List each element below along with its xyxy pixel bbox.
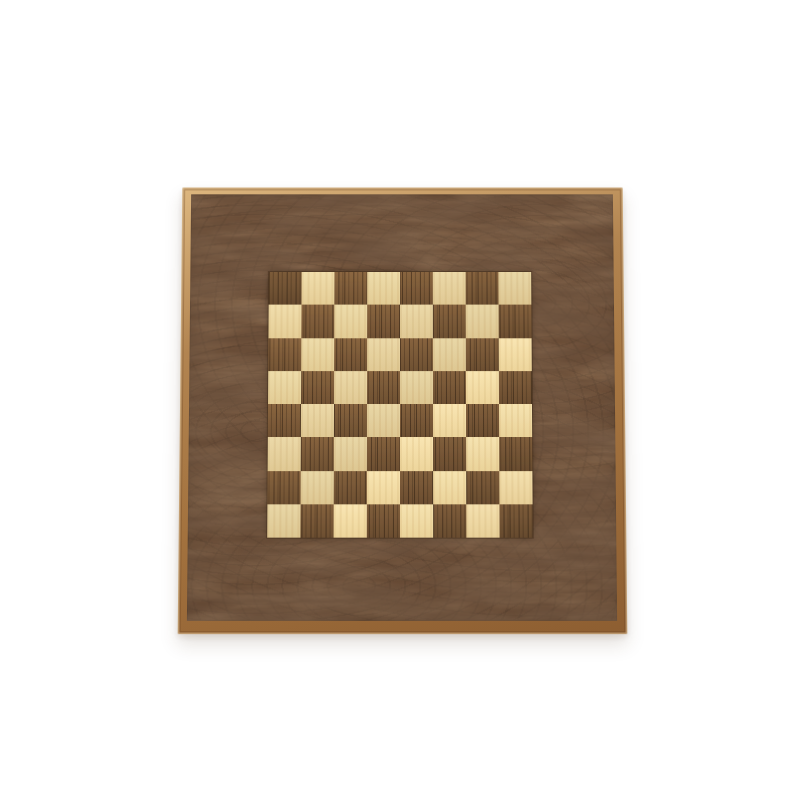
square-r6c4 xyxy=(400,471,433,504)
square-r3c3 xyxy=(367,371,400,404)
square-r6c0 xyxy=(267,471,300,504)
square-r1c6 xyxy=(466,305,499,338)
square-r7c1 xyxy=(300,504,333,538)
square-r7c4 xyxy=(400,504,433,538)
square-r2c3 xyxy=(367,338,400,371)
square-r3c4 xyxy=(400,371,433,404)
square-r4c3 xyxy=(367,404,400,437)
square-r2c1 xyxy=(301,338,334,371)
square-r6c3 xyxy=(367,471,400,504)
square-r2c4 xyxy=(400,338,433,371)
square-r3c0 xyxy=(268,371,301,404)
square-r1c0 xyxy=(268,305,301,338)
square-r0c2 xyxy=(334,272,367,305)
chessboard xyxy=(267,272,533,538)
square-r7c3 xyxy=(367,504,400,538)
square-r0c3 xyxy=(367,272,400,305)
square-r0c1 xyxy=(301,272,334,305)
square-r5c7 xyxy=(499,437,532,470)
square-r4c7 xyxy=(499,404,532,437)
square-r4c6 xyxy=(466,404,499,437)
square-r4c0 xyxy=(268,404,301,437)
square-r1c1 xyxy=(301,305,334,338)
square-r3c6 xyxy=(466,371,499,404)
square-r5c6 xyxy=(466,437,499,470)
square-r2c2 xyxy=(334,338,367,371)
square-r0c7 xyxy=(498,272,531,305)
square-r0c4 xyxy=(400,272,433,305)
square-r6c2 xyxy=(334,471,367,504)
square-r0c6 xyxy=(466,272,499,305)
square-r4c2 xyxy=(334,404,367,437)
square-r0c5 xyxy=(433,272,466,305)
square-r6c6 xyxy=(466,471,499,504)
square-r7c0 xyxy=(267,504,300,538)
square-r7c6 xyxy=(466,504,499,538)
square-r4c5 xyxy=(433,404,466,437)
square-r2c7 xyxy=(499,338,532,371)
square-r5c5 xyxy=(433,437,466,470)
product-photo xyxy=(0,0,800,800)
square-r2c0 xyxy=(268,338,301,371)
square-r2c6 xyxy=(466,338,499,371)
square-r3c7 xyxy=(499,371,532,404)
square-r2c5 xyxy=(433,338,466,371)
square-r1c5 xyxy=(433,305,466,338)
square-r1c7 xyxy=(499,305,532,338)
square-r5c2 xyxy=(334,437,367,470)
square-r6c7 xyxy=(499,471,532,504)
square-r6c1 xyxy=(301,471,334,504)
rosewood-panel xyxy=(187,194,617,621)
chess-table xyxy=(178,187,628,634)
square-r4c4 xyxy=(400,404,433,437)
square-r1c3 xyxy=(367,305,400,338)
square-r3c5 xyxy=(433,371,466,404)
square-r1c2 xyxy=(334,305,367,338)
square-r5c3 xyxy=(367,437,400,470)
square-r4c1 xyxy=(301,404,334,437)
square-r7c7 xyxy=(499,504,532,538)
square-r3c1 xyxy=(301,371,334,404)
square-r3c2 xyxy=(334,371,367,404)
square-r5c4 xyxy=(400,437,433,470)
square-r7c5 xyxy=(433,504,466,538)
square-r6c5 xyxy=(433,471,466,504)
square-r5c1 xyxy=(301,437,334,470)
square-r7c2 xyxy=(334,504,367,538)
square-r5c0 xyxy=(268,437,301,470)
square-r1c4 xyxy=(400,305,433,338)
square-r0c0 xyxy=(269,272,302,305)
